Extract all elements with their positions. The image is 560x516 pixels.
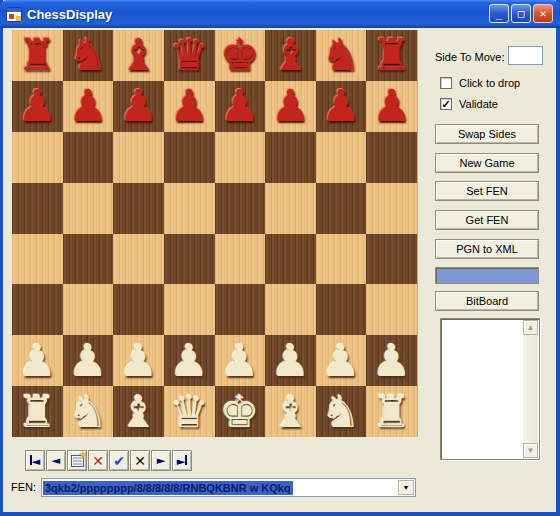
bitboard-listbox[interactable]: ▲ ▼ <box>440 318 540 460</box>
square-g8[interactable]: ♞ <box>316 30 367 81</box>
fen-label: FEN: <box>11 481 36 493</box>
square-g7[interactable]: ♟ <box>316 81 367 132</box>
piece-red-bishop: ♝ <box>119 31 158 79</box>
square-h6[interactable] <box>366 132 417 183</box>
bitboard-button[interactable]: BitBoard <box>435 291 539 311</box>
click-to-drop-row: Click to drop <box>440 77 520 89</box>
first-icon: ◄ <box>30 454 40 468</box>
side-to-move-label: Side To Move: <box>435 51 505 63</box>
click-to-drop-checkbox[interactable] <box>440 77 452 89</box>
red-x-icon: ✕ <box>92 453 104 469</box>
piece-white-pawn: ♟ <box>169 337 208 385</box>
swap-sides-button[interactable]: Swap Sides <box>435 124 539 144</box>
square-b1[interactable]: ♞ <box>63 386 114 437</box>
fen-value: 3qkb2/pppppppp/8/8/8/8/8/RNBQKBNR w KQkq <box>43 481 293 495</box>
minimize-button[interactable]: _ <box>489 4 509 23</box>
piece-red-rook: ♜ <box>372 31 411 79</box>
scroll-down-icon[interactable]: ▼ <box>523 443 538 458</box>
listbox-scrollbar[interactable]: ▲ ▼ <box>523 320 538 458</box>
square-f4[interactable] <box>265 234 316 285</box>
black-x-icon: ✕ <box>134 453 146 469</box>
square-e5[interactable] <box>215 183 266 234</box>
piece-white-king: ♚ <box>220 388 259 436</box>
piece-red-king: ♚ <box>220 31 259 79</box>
piece-white-queen: ♛ <box>169 388 208 436</box>
piece-red-bishop: ♝ <box>271 31 310 79</box>
square-c2[interactable]: ♟ <box>113 335 164 386</box>
square-b5[interactable] <box>63 183 114 234</box>
close-button[interactable]: ✕ <box>533 4 553 23</box>
square-a3[interactable] <box>12 284 63 335</box>
square-h3[interactable] <box>366 284 417 335</box>
square-d5[interactable] <box>164 183 215 234</box>
square-b8[interactable]: ♞ <box>63 30 114 81</box>
piece-white-bishop: ♝ <box>119 388 158 436</box>
square-f2[interactable]: ♟ <box>265 335 316 386</box>
square-b7[interactable]: ♟ <box>63 81 114 132</box>
piece-white-rook: ♜ <box>372 388 411 436</box>
square-e2[interactable]: ♟ <box>215 335 266 386</box>
square-g4[interactable] <box>316 234 367 285</box>
square-f1[interactable]: ♝ <box>265 386 316 437</box>
square-d4[interactable] <box>164 234 215 285</box>
move-last-button[interactable]: ► <box>172 450 192 471</box>
square-d2[interactable]: ♟ <box>164 335 215 386</box>
square-h8[interactable]: ♜ <box>366 30 417 81</box>
square-h7[interactable]: ♟ <box>366 81 417 132</box>
square-e6[interactable] <box>215 132 266 183</box>
square-e3[interactable] <box>215 284 266 335</box>
square-h4[interactable] <box>366 234 417 285</box>
square-c5[interactable] <box>113 183 164 234</box>
piece-red-pawn: ♟ <box>68 82 107 130</box>
last-icon: ► <box>177 454 187 468</box>
square-h2[interactable]: ♟ <box>366 335 417 386</box>
piece-white-pawn: ♟ <box>372 337 411 385</box>
square-g2[interactable]: ♟ <box>316 335 367 386</box>
maximize-button[interactable]: □ <box>511 4 531 23</box>
cancel-button[interactable]: ✕ <box>130 450 150 471</box>
square-a2[interactable]: ♟ <box>12 335 63 386</box>
square-c6[interactable] <box>113 132 164 183</box>
piece-white-knight: ♞ <box>68 388 107 436</box>
piece-white-pawn: ♟ <box>220 337 259 385</box>
pgn-to-xml-button[interactable]: PGN to XML <box>435 239 539 259</box>
piece-white-pawn: ♟ <box>271 337 310 385</box>
square-b6[interactable] <box>63 132 114 183</box>
square-a4[interactable] <box>12 234 63 285</box>
piece-white-pawn: ♟ <box>119 337 158 385</box>
move-first-button[interactable]: ◄ <box>25 450 45 471</box>
square-g6[interactable] <box>316 132 367 183</box>
square-c4[interactable] <box>113 234 164 285</box>
app-window: ChessDisplay _ □ ✕ ♜♞♝♛♚♝♞♜♟♟♟♟♟♟♟♟♟♟♟♟♟… <box>0 0 560 516</box>
new-game-button[interactable]: New Game <box>435 153 539 173</box>
square-f6[interactable] <box>265 132 316 183</box>
blue-check-icon: ✔ <box>113 453 125 469</box>
square-e1[interactable]: ♚ <box>215 386 266 437</box>
piece-white-pawn: ♟ <box>321 337 360 385</box>
move-next-button[interactable]: ► <box>151 450 171 471</box>
square-b4[interactable] <box>63 234 114 285</box>
move-prev-button[interactable]: ◄ <box>46 450 66 471</box>
prev-icon: ◄ <box>52 454 60 467</box>
color-swatch-bar[interactable] <box>435 267 539 284</box>
square-g3[interactable] <box>316 284 367 335</box>
square-f8[interactable]: ♝ <box>265 30 316 81</box>
square-c7[interactable]: ♟ <box>113 81 164 132</box>
piece-white-rook: ♜ <box>18 388 57 436</box>
square-a8[interactable]: ♜ <box>12 30 63 81</box>
square-f3[interactable] <box>265 284 316 335</box>
chess-board: ♜♞♝♛♚♝♞♜♟♟♟♟♟♟♟♟♟♟♟♟♟♟♟♟♜♞♝♛♚♝♞♜ <box>12 30 418 437</box>
square-d8[interactable]: ♛ <box>164 30 215 81</box>
validate-label: Validate <box>459 98 498 110</box>
piece-red-pawn: ♟ <box>271 82 310 130</box>
app-icon <box>6 7 22 22</box>
square-b2[interactable]: ♟ <box>63 335 114 386</box>
square-a7[interactable]: ♟ <box>12 81 63 132</box>
piece-red-queen: ♛ <box>169 31 208 79</box>
accept-button[interactable]: ✔ <box>109 450 129 471</box>
square-a5[interactable] <box>12 183 63 234</box>
window-title: ChessDisplay <box>27 7 112 22</box>
square-g5[interactable] <box>316 183 367 234</box>
piece-red-pawn: ♟ <box>220 82 259 130</box>
piece-red-knight: ♞ <box>68 31 107 79</box>
piece-red-rook: ♜ <box>18 31 57 79</box>
next-icon: ► <box>157 454 165 467</box>
square-e8[interactable]: ♚ <box>215 30 266 81</box>
fen-combobox[interactable]: 3qkb2/pppppppp/8/8/8/8/8/RNBQKBNR w KQkq… <box>41 478 416 497</box>
new-form-icon <box>71 455 84 467</box>
square-f5[interactable] <box>265 183 316 234</box>
square-c1[interactable]: ♝ <box>113 386 164 437</box>
square-c8[interactable]: ♝ <box>113 30 164 81</box>
square-a6[interactable] <box>12 132 63 183</box>
piece-white-pawn: ♟ <box>18 337 57 385</box>
set-fen-button[interactable]: Set FEN <box>435 181 539 201</box>
get-fen-button[interactable]: Get FEN <box>435 210 539 230</box>
piece-red-pawn: ♟ <box>372 82 411 130</box>
validate-checkbox[interactable]: ✓ <box>440 98 452 110</box>
title-bar[interactable]: ChessDisplay _ □ ✕ <box>0 0 560 28</box>
delete-button[interactable]: ✕ <box>88 450 108 471</box>
square-g1[interactable]: ♞ <box>316 386 367 437</box>
piece-white-knight: ♞ <box>321 388 360 436</box>
validate-row: ✓ Validate <box>440 98 498 110</box>
piece-red-pawn: ♟ <box>18 82 57 130</box>
square-d3[interactable] <box>164 284 215 335</box>
square-e7[interactable]: ♟ <box>215 81 266 132</box>
piece-red-pawn: ♟ <box>169 82 208 130</box>
square-b3[interactable] <box>63 284 114 335</box>
square-d6[interactable] <box>164 132 215 183</box>
square-h5[interactable] <box>366 183 417 234</box>
square-h1[interactable]: ♜ <box>366 386 417 437</box>
click-to-drop-label: Click to drop <box>459 77 520 89</box>
piece-red-pawn: ♟ <box>119 82 158 130</box>
square-d1[interactable]: ♛ <box>164 386 215 437</box>
square-e4[interactable] <box>215 234 266 285</box>
new-position-button[interactable] <box>67 450 87 471</box>
combo-dropdown-icon[interactable]: ▼ <box>398 480 414 495</box>
side-to-move-field[interactable] <box>508 46 543 65</box>
square-c3[interactable] <box>113 284 164 335</box>
square-d7[interactable]: ♟ <box>164 81 215 132</box>
scroll-up-icon[interactable]: ▲ <box>523 320 538 335</box>
piece-red-pawn: ♟ <box>321 82 360 130</box>
piece-white-pawn: ♟ <box>68 337 107 385</box>
square-f7[interactable]: ♟ <box>265 81 316 132</box>
navigation-toolbar: ◄◄✕✔✕►► <box>25 450 192 471</box>
square-a1[interactable]: ♜ <box>12 386 63 437</box>
piece-white-bishop: ♝ <box>271 388 310 436</box>
piece-red-knight: ♞ <box>321 31 360 79</box>
